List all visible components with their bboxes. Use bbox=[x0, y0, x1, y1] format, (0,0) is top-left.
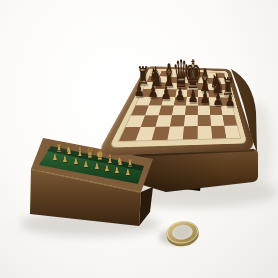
square-h5 bbox=[218, 90, 230, 97]
square-f3 bbox=[198, 106, 210, 116]
square-d4 bbox=[174, 97, 187, 106]
square-h3 bbox=[221, 106, 234, 115]
square-e2 bbox=[184, 115, 198, 126]
square-e5 bbox=[187, 90, 198, 98]
square-e3 bbox=[185, 106, 198, 116]
chess-set-product-photo[interactable]: ♜♞♝♛♚♝♞♜♟♟♟♟♟♟♟♟♜♞♝♛♚♝♞♜♟♟♟♟♟♟♟♟ bbox=[0, 0, 278, 278]
square-d2 bbox=[170, 115, 185, 126]
square-f2 bbox=[198, 115, 211, 126]
square-d5 bbox=[175, 89, 187, 97]
board-squares-grid bbox=[119, 71, 240, 141]
square-d3 bbox=[172, 105, 186, 115]
square-f1 bbox=[198, 126, 213, 139]
square-e4 bbox=[186, 97, 198, 105]
square-h4 bbox=[220, 97, 233, 105]
square-d1 bbox=[167, 126, 184, 139]
square-h2 bbox=[222, 115, 237, 126]
square-f5 bbox=[198, 90, 209, 97]
square-e1 bbox=[183, 126, 198, 139]
square-h1 bbox=[224, 126, 240, 139]
square-f4 bbox=[198, 97, 210, 105]
